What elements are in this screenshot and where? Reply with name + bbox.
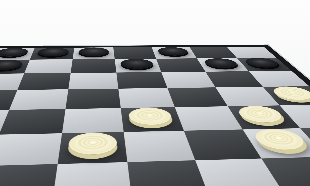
- square-d2[interactable]: [52, 162, 132, 186]
- black-piece-b8[interactable]: [0, 48, 30, 57]
- square-d7[interactable]: [71, 59, 117, 73]
- black-piece-d8[interactable]: [78, 47, 109, 56]
- black-piece-f8[interactable]: [157, 47, 190, 55]
- square-d4[interactable]: [62, 108, 124, 133]
- white-piece-g4[interactable]: [235, 106, 288, 123]
- square-c5[interactable]: [9, 89, 68, 110]
- square-c2[interactable]: [0, 164, 58, 186]
- square-d5[interactable]: [66, 89, 121, 109]
- square-e7[interactable]: [115, 59, 162, 73]
- black-piece-g7[interactable]: [202, 58, 240, 68]
- square-c6[interactable]: [17, 73, 70, 90]
- square-c7[interactable]: [24, 59, 72, 73]
- square-e4[interactable]: [121, 107, 184, 132]
- black-piece-b7[interactable]: [0, 60, 24, 70]
- square-e6[interactable]: [116, 72, 167, 89]
- square-c8[interactable]: [30, 48, 74, 60]
- square-d6[interactable]: [68, 73, 118, 90]
- black-piece-c8[interactable]: [37, 48, 69, 57]
- board-grid: [0, 47, 310, 186]
- white-piece-d3[interactable]: [68, 132, 118, 155]
- square-d8[interactable]: [73, 47, 115, 59]
- photo-backdrop: [0, 0, 310, 186]
- square-d3[interactable]: [58, 132, 128, 164]
- white-piece-g3[interactable]: [250, 128, 310, 150]
- checkers-board-frame: [0, 45, 310, 186]
- white-piece-h5[interactable]: [269, 86, 310, 100]
- square-c4[interactable]: [0, 109, 66, 135]
- white-piece-e4[interactable]: [128, 107, 174, 125]
- square-e3[interactable]: [124, 131, 196, 162]
- square-e8[interactable]: [113, 47, 156, 59]
- square-e5[interactable]: [118, 88, 174, 108]
- square-c3[interactable]: [0, 133, 62, 166]
- black-piece-e7[interactable]: [120, 59, 154, 69]
- black-piece-h7[interactable]: [242, 58, 282, 68]
